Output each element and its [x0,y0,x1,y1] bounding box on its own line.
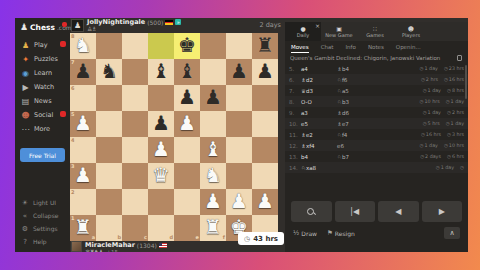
black-pawn-a7[interactable]: ♟ [70,59,96,85]
square-f8[interactable] [200,33,226,59]
square-c4[interactable] [122,137,148,163]
square-g5[interactable] [226,111,252,137]
black-move[interactable]: ♘f4 [337,132,373,138]
black-pawn-e6[interactable]: ♟ [174,85,200,111]
square-b1[interactable]: b [96,215,122,241]
free-trial-button[interactable]: Free Trial [20,148,65,162]
forward-icon: ▶ [439,207,445,216]
sidebar-item-news[interactable]: ▤News [15,94,70,108]
white-move-time: ◷5 hrs [423,121,440,126]
news-icon: ▤ [21,97,30,106]
player-avatar[interactable] [71,241,82,252]
black-move[interactable]: e6 [337,143,373,149]
new-game-icon: ▣ [336,26,342,32]
white-move-time: ◷1 day [423,110,441,115]
white-move-time: ◷1 day [420,66,438,71]
move-number: 11. [289,132,301,138]
sidebar-item-label: Play [34,41,48,49]
square-f3[interactable]: ♞ [200,163,226,189]
board-area: ♟ JollyNightingale (500) » ♙♗ 2 days 8♞♚… [70,18,285,252]
square-a5[interactable]: 5♟ [70,111,96,137]
move-number: 5. [289,66,301,72]
sidebar-item-learn[interactable]: ◉Learn [15,66,70,80]
sidebar-footer-settings[interactable]: ⚙Settings [15,222,70,235]
player-bar: MiracleMahar (1304) ♛♜♞♟ +15 [70,241,285,252]
square-e7[interactable]: ♝ [174,59,200,85]
square-d2[interactable] [148,189,174,215]
move-row: 7.♕d3♘a5◷1 day◷8 hrs [285,85,468,96]
white-rook-f1[interactable]: ♜ [200,215,226,241]
black-move[interactable]: ♘b3 [337,99,373,105]
move-list[interactable]: 5.a4♗b4◷1 day◷23 hrs6.♗d2♘f6◷2 hrs◷16 hr… [285,63,468,175]
black-pawn-g7[interactable]: ♟ [226,59,252,85]
white-move[interactable]: ♕d3 [301,88,337,94]
white-pawn-d4[interactable]: ♟ [148,137,174,163]
chesscom-app-window: ♟ Chess .com ♟Play✦Puzzles◉Learn▶Watch▤N… [15,18,468,252]
square-a1[interactable]: 1a♜ [70,215,96,241]
opening-row: Queen's Gambit Declined: Chigorin, Janow… [285,53,468,63]
square-e8[interactable]: ♚ [174,33,200,59]
white-move-time: ◷10 hrs [420,99,440,104]
black-move-time: ◷6 hrs [447,154,464,159]
sidebar-item-play[interactable]: ♟Play [15,38,70,52]
social-icon: ☻ [21,111,30,120]
games-icon: ∷ [373,26,377,32]
subtab-notes[interactable]: Notes [368,42,384,52]
square-c2[interactable] [122,189,148,215]
square-d6[interactable] [148,85,174,111]
black-rook-h8[interactable]: ♜ [252,33,278,59]
square-f5[interactable] [200,111,226,137]
white-move[interactable]: e5 [301,121,337,127]
daily-icon: ● [300,26,305,32]
black-move[interactable]: ♗b4 [337,66,373,72]
opponent-avatar[interactable]: ♟ [71,19,84,32]
white-move[interactable]: b4 [301,154,337,160]
square-b8[interactable] [96,33,122,59]
square-c7[interactable] [122,59,148,85]
white-pawn-f2[interactable]: ♟ [200,189,226,215]
black-move-time: ◷1 day [446,121,464,126]
square-h8[interactable]: ♜ [252,33,278,59]
help-icon: ? [21,238,29,246]
move-row: 6.♗d2♘f6◷2 hrs◷16 hrs [285,74,468,85]
sidebar-item-label: News [34,97,52,105]
move-number: 9. [289,110,301,116]
square-d1[interactable]: d [148,215,174,241]
move-number: 8. [289,99,301,105]
white-move[interactable]: ♗xf4 [301,143,337,149]
red-badge [60,41,66,47]
square-g7[interactable]: ♟ [226,59,252,85]
tab-games[interactable]: ∷Games [357,22,393,41]
player-rating: (1304) [137,242,157,249]
sidebar-item-label: Puzzles [34,55,58,63]
back-button[interactable]: ◀ [378,201,419,222]
move-row: 9.a3♗d6◷1 day◷2 hrs [285,107,468,118]
germany-flag-icon [165,20,173,25]
square-b5[interactable] [96,111,122,137]
subtab-info[interactable]: Info [345,42,355,52]
black-move-time: ◷ [460,165,464,170]
opponent-clock: 2 days [259,18,281,29]
black-move-time: ◷1 day [446,99,464,104]
white-move-time: ◷2 days [420,154,441,159]
square-g8[interactable] [226,33,252,59]
black-move[interactable]: ♗d6 [337,110,373,116]
white-move-time: ◷1 day [423,88,441,93]
sidebar: ♟ Chess .com ♟Play✦Puzzles◉Learn▶Watch▤N… [15,18,70,252]
move-row: 10.e5♗e7◷5 hrs◷1 day [285,118,468,129]
game-panel: ●Daily×▣New Game∷Games☻Players MovesChat… [285,22,468,252]
half-point-icon: ½ [293,229,299,237]
square-c3[interactable] [122,163,148,189]
square-h5[interactable] [252,111,278,137]
subtab-openin[interactable]: Openin... [396,42,421,52]
move-number: 6. [289,77,301,83]
black-move[interactable]: ♘b7 [337,154,373,160]
white-move[interactable]: a4 [301,66,337,72]
square-a7[interactable]: 7♟ [70,59,96,85]
white-pawn-g2[interactable]: ♟ [226,189,252,215]
subtab-moves[interactable]: Moves [291,42,309,53]
move-number: 12. [289,143,301,149]
red-badge [60,111,66,117]
subtab-chat[interactable]: Chat [321,42,334,52]
square-a3[interactable]: 3♟ [70,163,96,189]
white-move-time: ◷1 day [420,143,438,148]
square-h7[interactable]: ♟ [252,59,278,85]
zoom-moves-button[interactable] [291,201,332,222]
square-b2[interactable] [96,189,122,215]
square-e3[interactable] [174,163,200,189]
gradient-frame: ♟ Chess .com ♟Play✦Puzzles◉Learn▶Watch▤N… [0,0,480,270]
sidebar-item-puzzles[interactable]: ✦Puzzles [15,52,70,66]
square-a4[interactable]: 4 [70,137,96,163]
square-d4[interactable]: ♟ [148,137,174,163]
black-move-time: ◷16 hrs [444,77,464,82]
white-move-time: ◷16 hrs [421,132,441,137]
sidebar-nav: ♟Play✦Puzzles◉Learn▶Watch▤News☻Social⋯Mo… [15,38,70,136]
black-move-time: ◷23 hrs [444,66,464,71]
material-advantage: +15 [107,249,119,252]
tab-new-game[interactable]: ▣New Game [321,22,357,41]
panel-tabs: ●Daily×▣New Game∷Games☻Players [285,22,468,41]
white-pawn-a3[interactable]: ♟ [70,163,96,189]
move-controls: |◀◀▶ [285,197,468,222]
white-move-time: ◷1 day [436,165,454,170]
white-knight-a8[interactable]: ♞ [70,33,96,59]
square-b3[interactable] [96,163,122,189]
move-list-scrollbar[interactable] [465,65,467,99]
puzzles-icon: ✦ [21,55,30,64]
square-a6[interactable]: 6 [70,85,96,111]
move-row: 14.♘xa8◷1 day◷ [285,162,468,173]
black-move-time: ◷10 hrs [444,143,464,148]
square-a2[interactable]: 2 [70,189,96,215]
go-to-start-button[interactable]: |◀ [335,201,376,222]
square-f6[interactable]: ♟ [200,85,226,111]
white-pawn-e5[interactable]: ♟ [174,111,200,137]
tab-players[interactable]: ☻Players [393,22,429,41]
membership-badge-icon: » [175,19,181,25]
players-icon: ☻ [408,26,414,32]
black-move[interactable]: ♗e7 [337,121,373,127]
square-f7[interactable] [200,59,226,85]
resign-flag-icon: ⚑ [327,229,333,237]
square-c8[interactable] [122,33,148,59]
white-move[interactable]: O-O [301,99,337,105]
square-e6[interactable]: ♟ [174,85,200,111]
square-e5[interactable]: ♟ [174,111,200,137]
square-h6[interactable] [252,85,278,111]
move-row: 11.♗e2♘f4◷16 hrs◷3 hrs [285,129,468,140]
draw-button[interactable]: ½ Draw [293,229,317,237]
chesscom-logo[interactable]: ♟ Chess .com [15,21,70,38]
move-row: 8.O-O♘b3◷10 hrs◷1 day [285,96,468,107]
square-b7[interactable]: ♞ [96,59,122,85]
square-e1[interactable]: e [174,215,200,241]
opponent-rating: (500) [147,19,163,26]
square-f4[interactable]: ♝ [200,137,226,163]
white-move[interactable]: ♘xa8 [301,165,337,171]
square-g3[interactable] [226,163,252,189]
black-king-e8[interactable]: ♚ [174,33,200,59]
white-move[interactable]: a3 [301,110,337,116]
more-icon: ⋯ [21,125,30,134]
square-e2[interactable] [174,189,200,215]
sidebar-item-label: Learn [34,69,52,77]
square-b6[interactable] [96,85,122,111]
opponent-bar: ♟ JollyNightingale (500) » ♙♗ 2 days [70,18,285,33]
square-h3[interactable] [252,163,278,189]
forward-button[interactable]: ▶ [422,201,463,222]
sidebar-item-label: Watch [34,83,54,91]
expand-panel-button[interactable]: ∧ [444,227,460,239]
captured-by-player: ♛♜♞♟ [85,249,103,252]
square-d8[interactable] [148,33,174,59]
black-move-time: ◷3 hrs [447,132,464,137]
logo-pawn-icon: ♟ [20,23,28,32]
black-pawn-d5[interactable]: ♟ [148,111,174,137]
square-h2[interactable]: ♟ [252,189,278,215]
black-move[interactable]: ♘a5 [337,88,373,94]
settings-icon: ⚙ [21,225,29,233]
sidebar-item-more[interactable]: ⋯More [15,122,70,136]
black-move-time: ◷2 hrs [447,110,464,115]
black-pawn-h7[interactable]: ♟ [252,59,278,85]
close-tab-icon[interactable]: × [315,22,320,29]
black-bishop-e7[interactable]: ♝ [174,59,200,85]
square-c5[interactable] [122,111,148,137]
learn-icon: ◉ [21,69,30,78]
move-row: 5.a4♗b4◷1 day◷23 hrs [285,63,468,74]
move-row: 12.♗xf4e6◷1 day◷10 hrs [285,140,468,151]
white-pawn-h2[interactable]: ♟ [252,189,278,215]
square-h4[interactable] [252,137,278,163]
collapse-icon: « [21,212,29,220]
square-d3[interactable]: ♛ [148,163,174,189]
square-a8[interactable]: 8♞ [70,33,96,59]
game-actions: ½ Draw ⚑ Resign ∧ [285,222,468,239]
back-icon: ◀ [395,207,401,216]
square-g4[interactable] [226,137,252,163]
move-number: 10. [289,121,301,127]
resign-button[interactable]: ⚑ Resign [327,229,355,237]
sidebar-footer: ☀Light UI«Collapse⚙Settings?Help [15,196,70,248]
move-number: 13. [289,154,301,160]
black-bishop-d7[interactable]: ♝ [148,59,174,85]
sidebar-item-label: More [34,125,50,133]
white-bishop-f4[interactable]: ♝ [200,137,226,163]
white-queen-d3[interactable]: ♛ [148,163,174,189]
sidebar-item-watch[interactable]: ▶Watch [15,80,70,94]
tab-daily[interactable]: ●Daily× [285,22,321,41]
sidebar-footer-light-ui[interactable]: ☀Light UI [15,196,70,209]
black-move[interactable]: ♘f6 [337,77,373,83]
white-rook-a1[interactable]: ♜ [70,215,96,241]
sidebar-item-label: Social [34,111,53,119]
sidebar-footer-collapse[interactable]: «Collapse [15,209,70,222]
go-to-start-icon: |◀ [350,207,359,216]
white-knight-f3[interactable]: ♞ [200,163,226,189]
sidebar-footer-help[interactable]: ?Help [15,235,70,248]
captured-by-opponent: ♙♗ [87,26,96,32]
sidebar-item-social[interactable]: ☻Social [15,108,70,122]
white-move-time: ◷2 hrs [421,77,438,82]
chess-board[interactable]: 8♞♚♜7♟♞♝♝♟♟6♟♟5♟♟♟4♟♝3♟♛♞2♟♟♟1a♜bcdef♜g♚… [70,33,278,241]
usa-flag-icon [159,243,167,248]
watch-icon: ▶ [21,83,30,92]
move-number: 7. [289,88,301,94]
square-g6[interactable] [226,85,252,111]
white-pawn-a5[interactable]: ♟ [70,111,96,137]
square-g2[interactable]: ♟ [226,189,252,215]
opening-name[interactable]: Queen's Gambit Declined: Chigorin, Janow… [290,55,454,61]
black-pawn-f6[interactable]: ♟ [200,85,226,111]
square-e4[interactable] [174,137,200,163]
white-move[interactable]: ♗d2 [301,77,337,83]
square-d5[interactable]: ♟ [148,111,174,137]
white-move[interactable]: ♗e2 [301,132,337,138]
move-number: 14. [289,165,301,171]
notification-badge [62,22,67,27]
black-move-time: ◷8 hrs [447,88,464,93]
square-c6[interactable] [122,85,148,111]
square-b4[interactable] [96,137,122,163]
square-f1[interactable]: f♜ [200,215,226,241]
black-knight-b7[interactable]: ♞ [96,59,122,85]
panel-subtabs: MovesChatInfoNotesOpenin... [285,41,468,53]
move-row: 13.b4♘b7◷2 days◷6 hrs [285,151,468,162]
logo-text: Chess [30,23,55,32]
opening-book-icon [457,55,462,61]
magnifier-icon [307,208,315,216]
square-c1[interactable]: c [122,215,148,241]
play-icon: ♟ [21,41,30,50]
square-d7[interactable]: ♝ [148,59,174,85]
light-ui-icon: ☀ [21,199,29,207]
square-f2[interactable]: ♟ [200,189,226,215]
